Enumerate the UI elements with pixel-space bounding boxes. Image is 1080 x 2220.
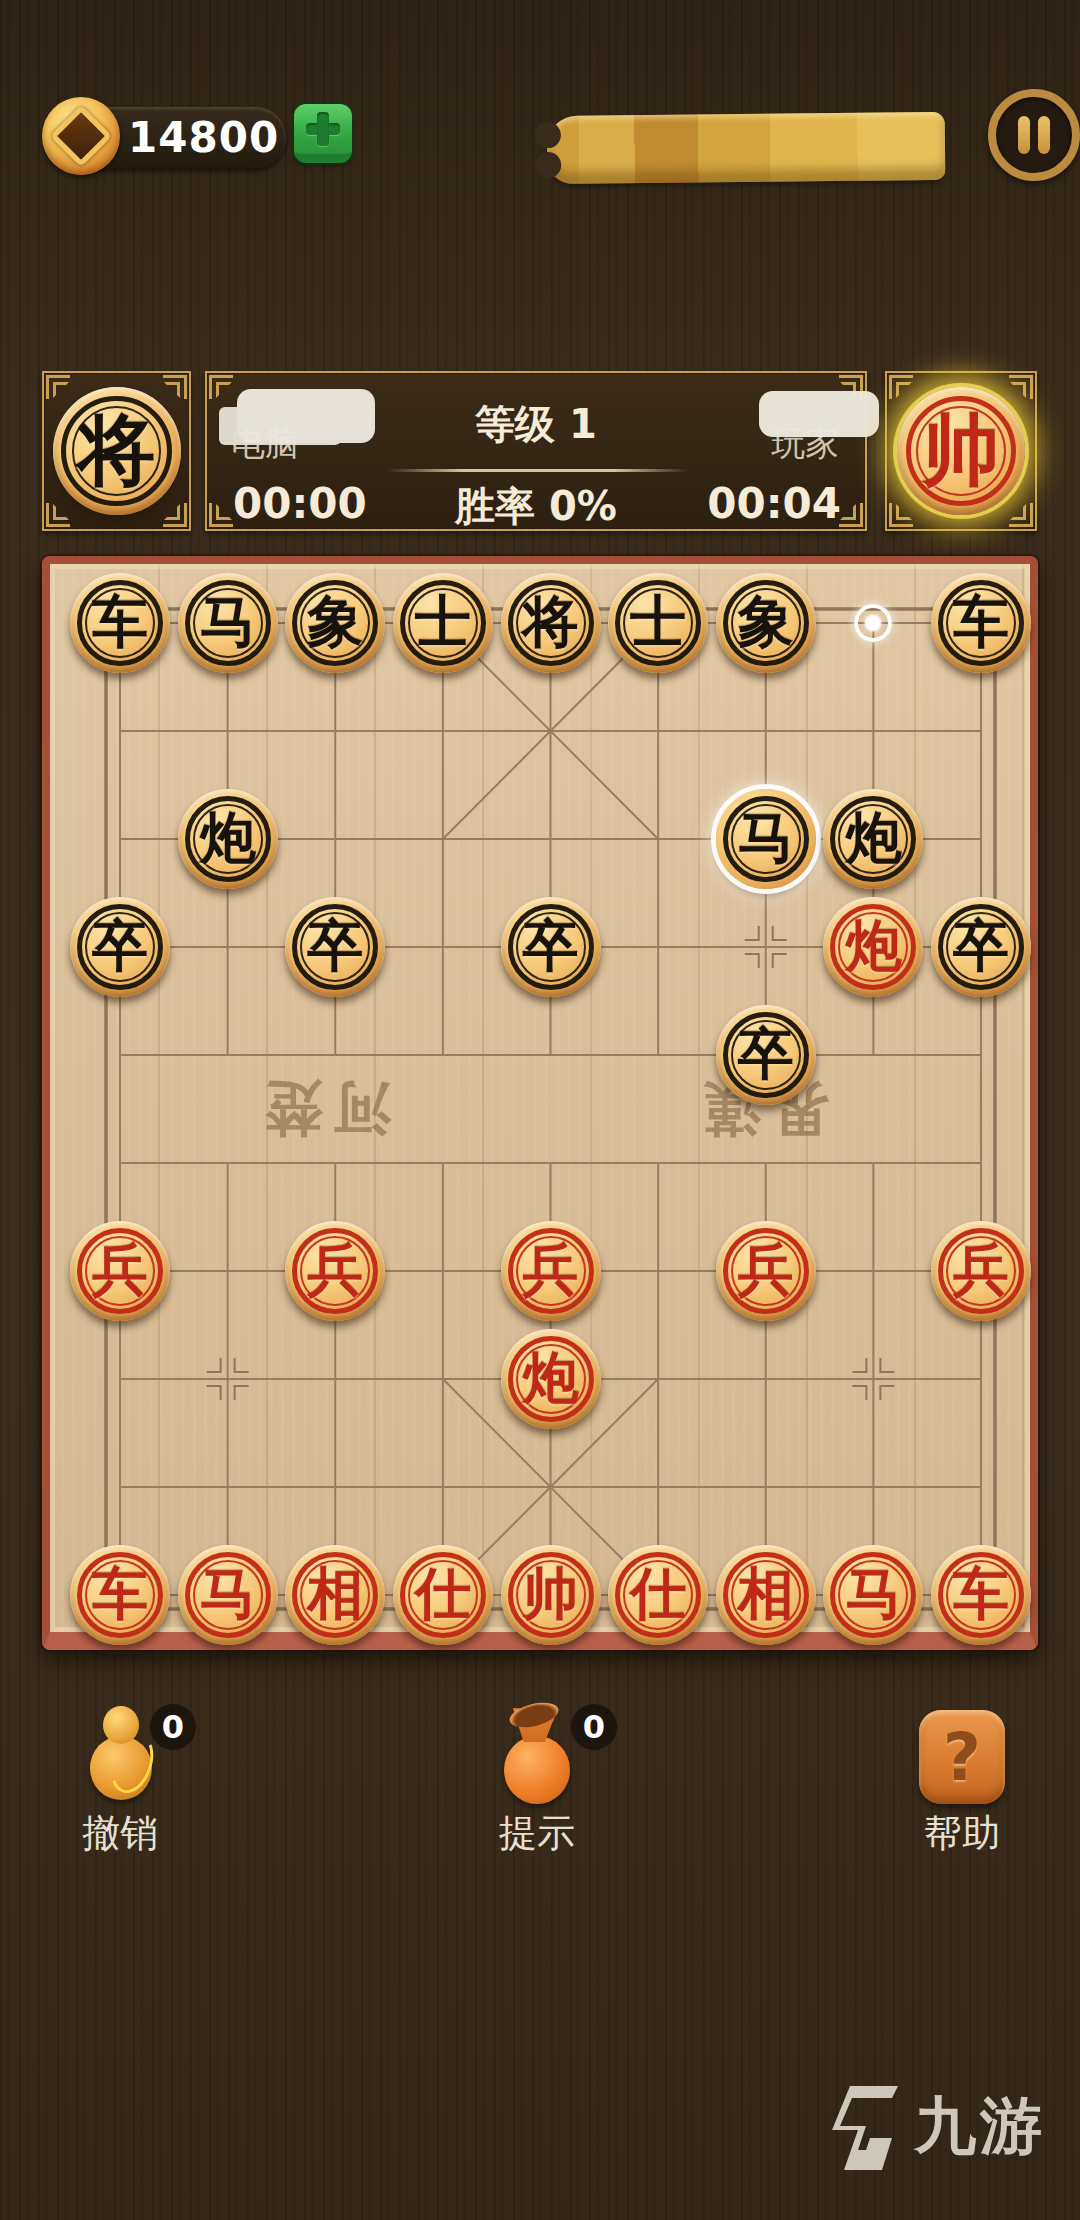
help-button[interactable]: ? 帮助 <box>862 1706 1062 1859</box>
plus-icon <box>306 112 340 146</box>
board-piece-black-卒[interactable]: 卒 <box>931 897 1031 997</box>
coin-hole <box>50 105 112 167</box>
gourd-icon <box>82 1706 158 1806</box>
help-label: 帮助 <box>862 1808 1062 1859</box>
board-piece-red-马[interactable]: 马 <box>823 1545 923 1645</box>
board-piece-black-卒[interactable]: 卒 <box>285 897 385 997</box>
board-piece-black-卒[interactable]: 卒 <box>716 1005 816 1105</box>
hint-label: 提示 <box>437 1808 637 1859</box>
opponent-general-piece: 将 <box>53 387 181 515</box>
player-timer: 00:04 <box>707 479 841 528</box>
board-lines <box>50 564 1030 1632</box>
watermark-text: 九游 <box>914 2084 1046 2168</box>
player-piece-panel: 帅 <box>885 371 1037 531</box>
board-piece-red-兵[interactable]: 兵 <box>285 1221 385 1321</box>
undo-button[interactable]: 0 撤销 <box>20 1706 220 1859</box>
board-piece-black-炮[interactable]: 炮 <box>823 789 923 889</box>
board-piece-red-仕[interactable]: 仕 <box>608 1545 708 1645</box>
board-piece-red-帅[interactable]: 帅 <box>501 1545 601 1645</box>
board-piece-red-车[interactable]: 车 <box>70 1545 170 1645</box>
board-piece-black-象[interactable]: 象 <box>716 573 816 673</box>
board-piece-red-马[interactable]: 马 <box>178 1545 278 1645</box>
player-name-banner-censored <box>547 112 946 184</box>
board-piece-black-士[interactable]: 士 <box>608 573 708 673</box>
board-grid: 河楚 界漢 车马象士将士象车炮马炮卒卒卒炮卒卒兵兵兵兵兵炮车马相仕帅仕相马车 <box>50 564 1030 1632</box>
board-piece-red-兵[interactable]: 兵 <box>501 1221 601 1321</box>
coin-icon <box>42 97 120 175</box>
board-piece-black-马[interactable]: 马 <box>178 573 278 673</box>
xiangqi-board[interactable]: 河楚 界漢 车马象士将士象车炮马炮卒卒卒炮卒卒兵兵兵兵兵炮车马相仕帅仕相马车 <box>42 556 1038 1650</box>
opponent-piece-panel: 将 <box>42 371 191 531</box>
undo-label: 撤销 <box>20 1808 220 1859</box>
jiuyou-watermark: 九游 <box>824 2082 1046 2170</box>
board-piece-red-炮[interactable]: 炮 <box>501 1329 601 1429</box>
add-coins-button[interactable] <box>294 104 352 163</box>
board-piece-black-将[interactable]: 将 <box>501 573 601 673</box>
game-screen: 14800 将 电脑 玩家 等级 1 00:00 胜率 0% 00:04 帅 <box>0 0 1080 2220</box>
board-piece-red-兵[interactable]: 兵 <box>931 1221 1031 1321</box>
player-marshal-piece-active: 帅 <box>897 387 1025 515</box>
board-piece-black-炮[interactable]: 炮 <box>178 789 278 889</box>
board-piece-red-兵[interactable]: 兵 <box>70 1221 170 1321</box>
hint-count-badge: 0 <box>571 1704 617 1750</box>
jug-icon <box>499 1706 575 1806</box>
board-piece-black-卒[interactable]: 卒 <box>501 897 601 997</box>
board-piece-red-车[interactable]: 车 <box>931 1545 1031 1645</box>
board-piece-black-卒[interactable]: 卒 <box>70 897 170 997</box>
board-piece-red-仕[interactable]: 仕 <box>393 1545 493 1645</box>
pause-icon <box>1016 116 1052 154</box>
question-icon: ? <box>919 1710 1005 1804</box>
board-piece-black-士[interactable]: 士 <box>393 573 493 673</box>
ai-level-label: 等级 1 <box>207 397 865 452</box>
undo-count-badge: 0 <box>150 1704 196 1750</box>
board-piece-red-相[interactable]: 相 <box>285 1545 385 1645</box>
board-piece-red-兵[interactable]: 兵 <box>716 1221 816 1321</box>
board-piece-black-象[interactable]: 象 <box>285 573 385 673</box>
board-piece-black-马[interactable]: 马 <box>716 789 816 889</box>
board-piece-red-炮[interactable]: 炮 <box>823 897 923 997</box>
board-piece-black-车[interactable]: 车 <box>70 573 170 673</box>
divider <box>388 469 688 472</box>
coin-amount: 14800 <box>128 107 272 168</box>
pause-button[interactable] <box>988 89 1080 181</box>
hint-button[interactable]: 0 提示 <box>437 1706 637 1859</box>
river-text-left: 河楚 <box>203 1073 443 1145</box>
board-piece-black-车[interactable]: 车 <box>931 573 1031 673</box>
match-info-panel: 电脑 玩家 等级 1 00:00 胜率 0% 00:04 <box>205 371 867 531</box>
jiuyou-logo-icon <box>824 2082 904 2170</box>
board-piece-red-相[interactable]: 相 <box>716 1545 816 1645</box>
